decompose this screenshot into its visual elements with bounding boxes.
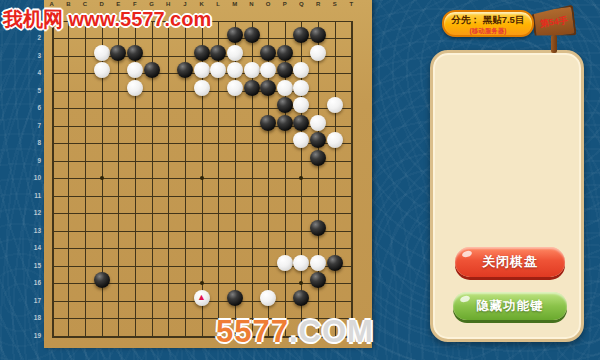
column-label: O — [262, 1, 274, 7]
white-stone — [293, 132, 309, 148]
go-board[interactable]: ABCDEFGHJKLMNOPQRST▲ — [44, 0, 372, 348]
column-label: P — [279, 1, 291, 7]
row-label: 13 — [28, 227, 41, 234]
white-stone — [293, 80, 309, 96]
star-point — [299, 281, 303, 285]
white-stone — [194, 62, 210, 78]
column-label: L — [212, 1, 224, 7]
row-label: 2 — [28, 34, 41, 41]
white-stone — [227, 62, 243, 78]
white-stone — [127, 62, 143, 78]
black-stone — [293, 115, 309, 131]
white-stone — [327, 132, 343, 148]
black-stone — [310, 220, 326, 236]
black-stone — [110, 45, 126, 61]
white-stone — [310, 255, 326, 271]
white-stone — [127, 80, 143, 96]
row-label: 12 — [28, 209, 41, 216]
button-highlight — [459, 295, 470, 304]
white-stone — [293, 97, 309, 113]
button-highlight — [461, 250, 472, 259]
black-stone — [260, 45, 276, 61]
white-stone — [277, 255, 293, 271]
black-stone — [177, 62, 193, 78]
sign-post — [551, 35, 557, 53]
white-stone — [310, 115, 326, 131]
close-board-label: 关闭棋盘 — [482, 253, 538, 271]
black-stone — [277, 62, 293, 78]
black-stone — [277, 115, 293, 131]
white-stone — [327, 97, 343, 113]
grid-line-h — [52, 196, 354, 197]
last-move-marker: ▲ — [194, 290, 210, 306]
row-label: 18 — [28, 314, 41, 321]
black-stone — [260, 80, 276, 96]
black-stone — [94, 272, 110, 288]
row-label: 19 — [28, 332, 41, 339]
grid-line-h — [52, 231, 354, 232]
black-stone — [260, 115, 276, 131]
site-watermark-top: 我机网 www.5577.com — [3, 6, 211, 33]
white-stone — [227, 80, 243, 96]
white-stone — [94, 62, 110, 78]
white-stone — [293, 62, 309, 78]
black-stone — [310, 27, 326, 43]
star-point — [100, 176, 104, 180]
black-stone — [310, 150, 326, 166]
white-stone — [293, 255, 309, 271]
white-stone — [244, 62, 260, 78]
row-label: 4 — [28, 69, 41, 76]
black-stone — [277, 45, 293, 61]
grid-line-h — [52, 213, 354, 214]
close-board-button[interactable]: 关闭棋盘 — [455, 247, 565, 277]
column-label: Q — [295, 1, 307, 7]
white-stone — [194, 80, 210, 96]
black-stone — [244, 80, 260, 96]
row-label: 14 — [28, 244, 41, 251]
white-stone — [260, 290, 276, 306]
row-label: 9 — [28, 157, 41, 164]
grid-line-v — [335, 21, 336, 336]
column-label: R — [312, 1, 324, 7]
komi-text: 分先： 黑贴7.5目 — [444, 14, 532, 27]
column-label: S — [329, 1, 341, 7]
black-stone — [227, 290, 243, 306]
grid-line-v — [351, 21, 353, 336]
column-label: N — [246, 1, 258, 7]
black-stone — [293, 27, 309, 43]
row-label: 11 — [28, 192, 41, 199]
white-stone — [227, 45, 243, 61]
black-stone — [194, 45, 210, 61]
black-stone — [327, 255, 343, 271]
row-label: 7 — [28, 122, 41, 129]
star-point — [200, 176, 204, 180]
row-label: 8 — [28, 139, 41, 146]
black-stone — [144, 62, 160, 78]
black-stone — [244, 27, 260, 43]
black-stone — [227, 27, 243, 43]
row-label: 17 — [28, 297, 41, 304]
black-stone — [293, 290, 309, 306]
watermark-number: 5577 — [216, 314, 289, 349]
black-stone — [310, 272, 326, 288]
white-stone — [260, 62, 276, 78]
white-stone — [94, 45, 110, 61]
server-text: (移动服务器) — [444, 27, 532, 36]
white-stone — [310, 45, 326, 61]
white-stone — [210, 62, 226, 78]
star-point — [200, 281, 204, 285]
hide-keys-label: 隐藏功能键 — [476, 298, 544, 315]
row-label: 5 — [28, 87, 41, 94]
watermark-domain: .COM — [289, 314, 374, 349]
black-stone — [210, 45, 226, 61]
row-label: 3 — [28, 52, 41, 59]
black-stone — [127, 45, 143, 61]
row-label: 6 — [28, 104, 41, 111]
move-number-label: 第54手 — [539, 14, 568, 30]
black-stone — [310, 132, 326, 148]
row-label: 15 — [28, 262, 41, 269]
white-stone — [277, 80, 293, 96]
star-point — [299, 176, 303, 180]
hide-keys-button[interactable]: 隐藏功能键 — [453, 292, 567, 320]
row-label: 10 — [28, 174, 41, 181]
grid-line-v — [318, 21, 319, 336]
game-rule-banner: 分先： 黑贴7.5目 (移动服务器) — [442, 10, 534, 37]
site-watermark-bottom: 5577.COM — [216, 314, 374, 350]
move-number-sign: 第54手 — [531, 5, 576, 41]
column-label: T — [345, 1, 357, 7]
grid-line-h — [52, 248, 354, 249]
column-label: M — [229, 1, 241, 7]
black-stone — [277, 97, 293, 113]
row-label: 16 — [28, 279, 41, 286]
